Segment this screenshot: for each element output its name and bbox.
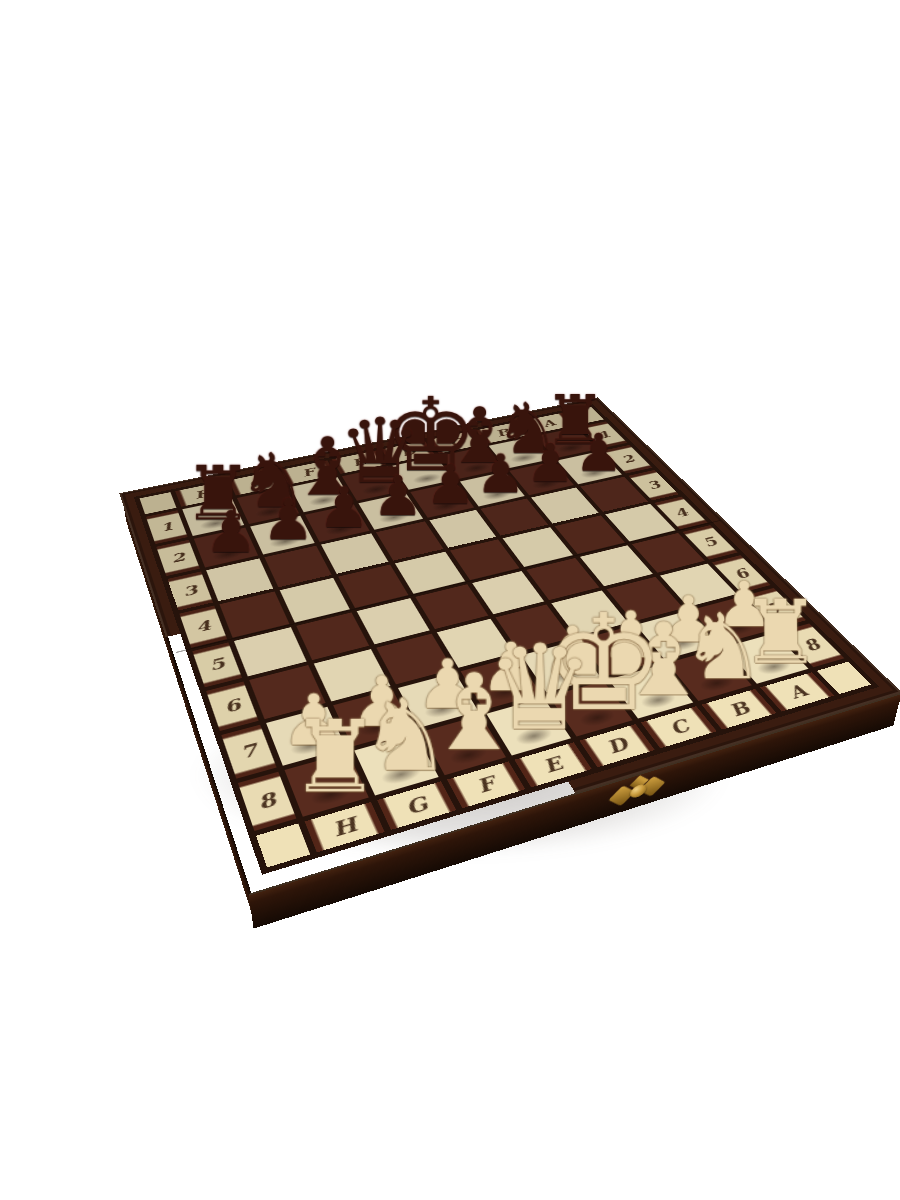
piece-shadow [630,685,687,715]
square-d4 [449,539,519,580]
rank-border-cell: 3 [167,571,212,610]
square-f4 [338,564,408,607]
piece-shadow [415,694,472,724]
rank-label-left-1: 1 [146,510,188,544]
rank-label-left-8: 8 [238,772,296,831]
rank-label-left-3: 3 [167,571,212,610]
square-g6 [314,649,390,701]
border-corner [256,823,310,867]
rank-border-cell: 5 [192,642,242,688]
file-border-cell: D [579,724,655,768]
product-photo-canvas: HGFEDCBA1♜♞♝♛♚♝♞♜12♟♟♟♟♟♟♟♟2334455667♟♟♟… [0,0,900,1200]
rank-border-cell: 6 [206,682,258,731]
file-border-cell: E [514,742,591,787]
rank-label-right-6: 6 [712,555,771,593]
clasp-leaf-right [638,776,665,796]
piece-shadow [439,739,498,772]
square-e4 [394,552,464,594]
rank-border-cell: 2 [156,540,200,576]
file-label-front-E: E [514,742,591,787]
clasp-knob [629,783,646,800]
file-border-cell: D [381,441,435,464]
file-border-cell: G [377,781,456,830]
rank-label-left-7: 7 [221,725,276,779]
rank-label-left-6: 6 [206,682,258,731]
piece-shadow [371,507,417,527]
square-e2: ♟ [358,493,423,530]
file-label-back-D: D [381,441,435,464]
clasp-ornament [629,775,648,790]
border-corner [817,662,871,694]
rank-label-left-5: 5 [192,642,242,688]
piece-shadow [746,653,802,681]
rank-label-left-2: 2 [156,540,200,576]
rank-border-cell: 8 [238,772,296,831]
rank-border-cell: 1 [146,510,188,544]
scene-3d: HGFEDCBA1♜♞♝♛♚♝♞♜12♟♟♟♟♟♟♟♟2334455667♟♟♟… [0,0,900,1200]
rank-border-cell: 7 [221,725,276,779]
chess-board-box: HGFEDCBA1♜♞♝♛♚♝♞♜12♟♟♟♟♟♟♟♟2334455667♟♟♟… [119,397,900,893]
rank-border-cell: 6 [712,555,771,593]
file-label-front-G: G [377,781,456,830]
board-grid: HGFEDCBA1♜♞♝♛♚♝♞♜12♟♟♟♟♟♟♟♟2334455667♟♟♟… [134,404,880,874]
file-label-front-D: D [579,724,655,768]
clasp-leaf-left [608,786,635,806]
